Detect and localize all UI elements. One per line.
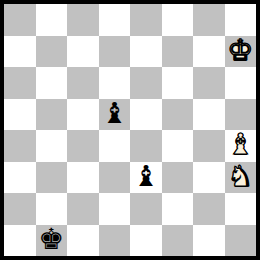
square-b7[interactable]: [36, 36, 68, 68]
square-b4[interactable]: [36, 130, 68, 162]
square-d2[interactable]: [99, 193, 131, 225]
square-h1[interactable]: [225, 225, 257, 257]
square-h7[interactable]: ♚: [225, 36, 257, 68]
square-e5[interactable]: [130, 99, 162, 131]
square-d6[interactable]: [99, 67, 131, 99]
square-h3[interactable]: ♞: [225, 162, 257, 194]
black-bishop-d5[interactable]: ♝: [101, 99, 127, 128]
square-c8[interactable]: [67, 4, 99, 36]
square-e2[interactable]: [130, 193, 162, 225]
square-b8[interactable]: [36, 4, 68, 36]
square-f6[interactable]: [162, 67, 194, 99]
square-a3[interactable]: [4, 162, 36, 194]
square-a5[interactable]: [4, 99, 36, 131]
square-f2[interactable]: [162, 193, 194, 225]
square-g4[interactable]: [193, 130, 225, 162]
square-e6[interactable]: [130, 67, 162, 99]
square-g5[interactable]: [193, 99, 225, 131]
square-f5[interactable]: [162, 99, 194, 131]
square-c5[interactable]: [67, 99, 99, 131]
square-d8[interactable]: [99, 4, 131, 36]
square-h2[interactable]: [225, 193, 257, 225]
square-e4[interactable]: [130, 130, 162, 162]
square-d3[interactable]: [99, 162, 131, 194]
square-c6[interactable]: [67, 67, 99, 99]
square-a7[interactable]: [4, 36, 36, 68]
square-h8[interactable]: [225, 4, 257, 36]
chessboard[interactable]: ♚♝♝♝♞♚: [4, 4, 256, 256]
square-f7[interactable]: [162, 36, 194, 68]
square-h5[interactable]: [225, 99, 257, 131]
white-king-h7[interactable]: ♚: [227, 36, 253, 65]
square-f1[interactable]: [162, 225, 194, 257]
square-e7[interactable]: [130, 36, 162, 68]
square-b6[interactable]: [36, 67, 68, 99]
square-h6[interactable]: [225, 67, 257, 99]
square-a2[interactable]: [4, 193, 36, 225]
white-bishop-h4[interactable]: ♝: [227, 130, 253, 159]
square-g1[interactable]: [193, 225, 225, 257]
square-f8[interactable]: [162, 4, 194, 36]
square-e8[interactable]: [130, 4, 162, 36]
square-a4[interactable]: [4, 130, 36, 162]
square-b2[interactable]: [36, 193, 68, 225]
square-g7[interactable]: [193, 36, 225, 68]
square-f3[interactable]: [162, 162, 194, 194]
square-f4[interactable]: [162, 130, 194, 162]
square-c1[interactable]: [67, 225, 99, 257]
square-b1[interactable]: ♚: [36, 225, 68, 257]
square-g8[interactable]: [193, 4, 225, 36]
square-e3[interactable]: ♝: [130, 162, 162, 194]
square-b3[interactable]: [36, 162, 68, 194]
square-c3[interactable]: [67, 162, 99, 194]
square-g6[interactable]: [193, 67, 225, 99]
chessboard-frame: ♚♝♝♝♞♚: [0, 0, 260, 260]
square-c2[interactable]: [67, 193, 99, 225]
square-e1[interactable]: [130, 225, 162, 257]
square-g3[interactable]: [193, 162, 225, 194]
square-b5[interactable]: [36, 99, 68, 131]
square-a1[interactable]: [4, 225, 36, 257]
black-bishop-e3[interactable]: ♝: [133, 162, 159, 191]
square-c7[interactable]: [67, 36, 99, 68]
square-a6[interactable]: [4, 67, 36, 99]
square-h4[interactable]: ♝: [225, 130, 257, 162]
square-c4[interactable]: [67, 130, 99, 162]
square-d5[interactable]: ♝: [99, 99, 131, 131]
square-g2[interactable]: [193, 193, 225, 225]
square-d7[interactable]: [99, 36, 131, 68]
square-d1[interactable]: [99, 225, 131, 257]
white-knight-h3[interactable]: ♞: [227, 162, 253, 191]
square-d4[interactable]: [99, 130, 131, 162]
black-king-b1[interactable]: ♚: [38, 225, 64, 254]
square-a8[interactable]: [4, 4, 36, 36]
